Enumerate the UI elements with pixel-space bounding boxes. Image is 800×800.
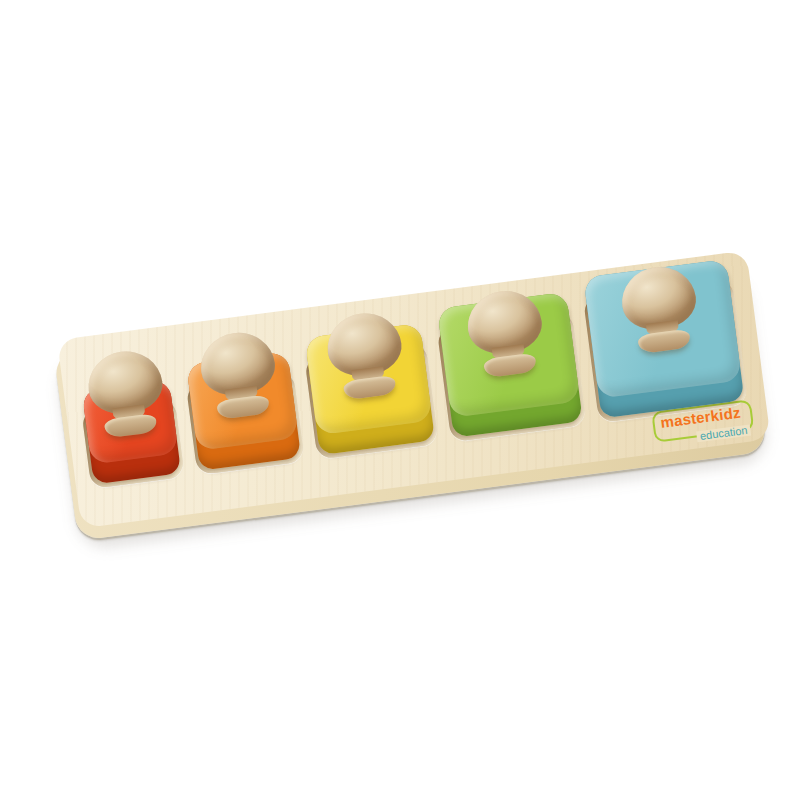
product-photo-scene: masterkidz education [0,0,800,800]
knob-yellow-wooden-handle [323,309,407,402]
knob-orange-wooden-handle [197,329,281,422]
knob-green-wooden-handle [464,287,548,380]
puzzle-board: masterkidz education [57,250,771,528]
logo-education-text: education [696,424,751,442]
knob-blue-wooden-handle [618,263,702,356]
knob-red-wooden-handle [84,347,168,440]
